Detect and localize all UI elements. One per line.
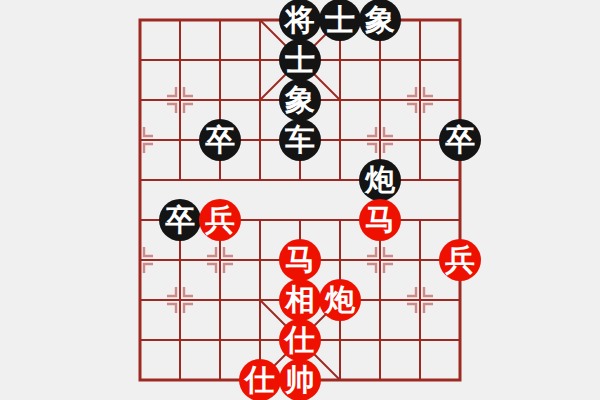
- red-horse[interactable]: 马: [359, 199, 401, 241]
- black-soldier[interactable]: 卒: [159, 199, 201, 241]
- red-general[interactable]: 帅: [279, 359, 321, 400]
- pieces-layer: 将士象士象卒车卒炮卒兵马马兵相炮仕仕帅: [120, 0, 480, 400]
- red-cannon[interactable]: 炮: [319, 279, 361, 321]
- black-elephant[interactable]: 象: [359, 0, 401, 41]
- black-elephant[interactable]: 象: [279, 79, 321, 121]
- red-advisor[interactable]: 仕: [239, 359, 281, 400]
- black-general[interactable]: 将: [279, 0, 321, 41]
- xiangqi-board[interactable]: 将士象士象卒车卒炮卒兵马马兵相炮仕仕帅: [120, 0, 480, 400]
- red-elephant[interactable]: 相: [279, 279, 321, 321]
- black-soldier[interactable]: 卒: [439, 119, 481, 161]
- red-horse[interactable]: 马: [279, 239, 321, 281]
- black-soldier[interactable]: 卒: [199, 119, 241, 161]
- red-soldier[interactable]: 兵: [199, 199, 241, 241]
- app-background: 将士象士象卒车卒炮卒兵马马兵相炮仕仕帅: [0, 0, 600, 400]
- black-advisor[interactable]: 士: [319, 0, 361, 41]
- black-cannon[interactable]: 炮: [359, 159, 401, 201]
- black-advisor[interactable]: 士: [279, 39, 321, 81]
- black-chariot[interactable]: 车: [279, 119, 321, 161]
- red-advisor[interactable]: 仕: [279, 319, 321, 361]
- red-soldier[interactable]: 兵: [439, 239, 481, 281]
